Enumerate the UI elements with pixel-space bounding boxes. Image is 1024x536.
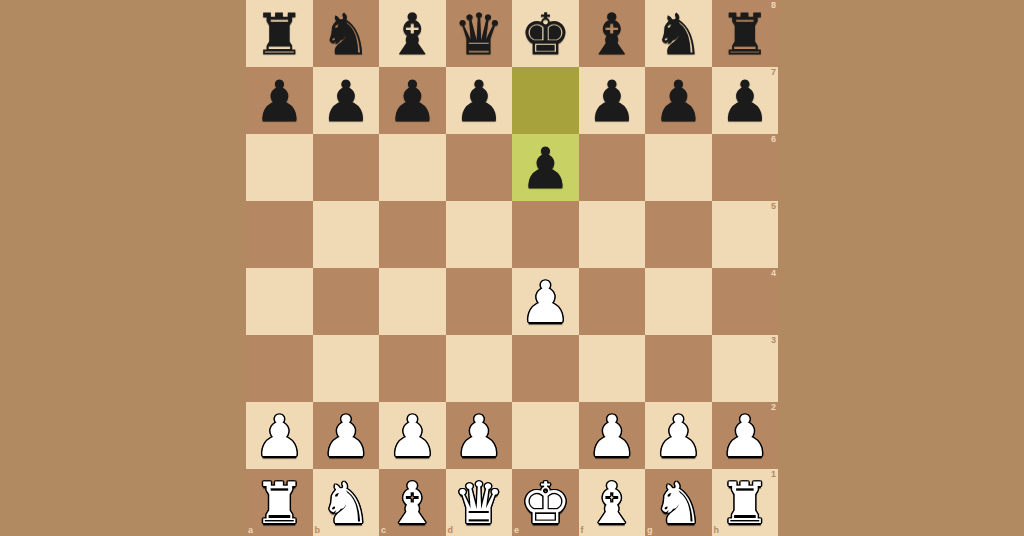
white-pawn-piece[interactable]: ♟ xyxy=(254,408,305,465)
square-e2[interactable] xyxy=(512,402,579,469)
square-f2[interactable]: ♟ xyxy=(579,402,646,469)
white-bishop-piece[interactable]: ♝ xyxy=(586,475,637,532)
square-d8[interactable]: ♛ xyxy=(446,0,513,67)
file-label-b: b xyxy=(315,526,321,535)
square-a4[interactable] xyxy=(246,268,313,335)
file-label-a: a xyxy=(248,526,253,535)
square-a8[interactable]: ♜ xyxy=(246,0,313,67)
rank-label-4: 4 xyxy=(771,269,776,278)
black-pawn-piece[interactable]: ♟ xyxy=(586,73,637,130)
square-f5[interactable] xyxy=(579,201,646,268)
square-e3[interactable] xyxy=(512,335,579,402)
white-pawn-piece[interactable]: ♟ xyxy=(719,408,770,465)
square-g2[interactable]: ♟ xyxy=(645,402,712,469)
square-g5[interactable] xyxy=(645,201,712,268)
square-b6[interactable] xyxy=(313,134,380,201)
square-e5[interactable] xyxy=(512,201,579,268)
square-c2[interactable]: ♟ xyxy=(379,402,446,469)
white-pawn-piece[interactable]: ♟ xyxy=(586,408,637,465)
white-bishop-piece[interactable]: ♝ xyxy=(387,475,438,532)
black-bishop-piece[interactable]: ♝ xyxy=(586,6,637,63)
file-label-f: f xyxy=(581,526,584,535)
white-rook-piece[interactable]: ♜ xyxy=(254,475,305,532)
square-h4[interactable]: 4 xyxy=(712,268,779,335)
square-a7[interactable]: ♟ xyxy=(246,67,313,134)
black-queen-piece[interactable]: ♛ xyxy=(453,6,504,63)
square-a3[interactable] xyxy=(246,335,313,402)
black-pawn-piece[interactable]: ♟ xyxy=(254,73,305,130)
square-d7[interactable]: ♟ xyxy=(446,67,513,134)
square-g6[interactable] xyxy=(645,134,712,201)
square-b3[interactable] xyxy=(313,335,380,402)
square-b2[interactable]: ♟ xyxy=(313,402,380,469)
white-pawn-piece[interactable]: ♟ xyxy=(653,408,704,465)
square-e7[interactable] xyxy=(512,67,579,134)
white-knight-piece[interactable]: ♞ xyxy=(320,475,371,532)
square-c5[interactable] xyxy=(379,201,446,268)
black-pawn-piece[interactable]: ♟ xyxy=(453,73,504,130)
square-g3[interactable] xyxy=(645,335,712,402)
rank-label-5: 5 xyxy=(771,202,776,211)
square-c4[interactable] xyxy=(379,268,446,335)
white-knight-piece[interactable]: ♞ xyxy=(653,475,704,532)
square-d4[interactable] xyxy=(446,268,513,335)
square-g1[interactable]: ♞g xyxy=(645,469,712,536)
square-d3[interactable] xyxy=(446,335,513,402)
black-knight-piece[interactable]: ♞ xyxy=(320,6,371,63)
square-c3[interactable] xyxy=(379,335,446,402)
square-h5[interactable]: 5 xyxy=(712,201,779,268)
black-knight-piece[interactable]: ♞ xyxy=(653,6,704,63)
rank-label-3: 3 xyxy=(771,336,776,345)
square-a2[interactable]: ♟ xyxy=(246,402,313,469)
chess-board: ♜♞♝♛♚♝♞♜8♟♟♟♟♟♟♟7♟65♟43♟♟♟♟♟♟♟2♜a♞b♝c♛d♚… xyxy=(246,0,778,536)
square-f4[interactable] xyxy=(579,268,646,335)
square-h1[interactable]: ♜h1 xyxy=(712,469,779,536)
black-king-piece[interactable]: ♚ xyxy=(520,6,571,63)
square-c8[interactable]: ♝ xyxy=(379,0,446,67)
file-label-g: g xyxy=(647,526,653,535)
square-h7[interactable]: ♟7 xyxy=(712,67,779,134)
black-rook-piece[interactable]: ♜ xyxy=(719,6,770,63)
square-h2[interactable]: ♟2 xyxy=(712,402,779,469)
page-background: ♜♞♝♛♚♝♞♜8♟♟♟♟♟♟♟7♟65♟43♟♟♟♟♟♟♟2♜a♞b♝c♛d♚… xyxy=(0,0,1024,536)
square-f8[interactable]: ♝ xyxy=(579,0,646,67)
rank-label-2: 2 xyxy=(771,403,776,412)
square-h8[interactable]: ♜8 xyxy=(712,0,779,67)
black-pawn-piece[interactable]: ♟ xyxy=(520,140,571,197)
black-rook-piece[interactable]: ♜ xyxy=(254,6,305,63)
square-d2[interactable]: ♟ xyxy=(446,402,513,469)
white-queen-piece[interactable]: ♛ xyxy=(453,475,504,532)
square-f1[interactable]: ♝f xyxy=(579,469,646,536)
black-pawn-piece[interactable]: ♟ xyxy=(320,73,371,130)
black-bishop-piece[interactable]: ♝ xyxy=(387,6,438,63)
square-b1[interactable]: ♞b xyxy=(313,469,380,536)
rank-label-6: 6 xyxy=(771,135,776,144)
rank-label-1: 1 xyxy=(771,470,776,479)
square-h3[interactable]: 3 xyxy=(712,335,779,402)
square-c6[interactable] xyxy=(379,134,446,201)
rank-label-7: 7 xyxy=(771,68,776,77)
square-e6[interactable]: ♟ xyxy=(512,134,579,201)
square-e4[interactable]: ♟ xyxy=(512,268,579,335)
square-b8[interactable]: ♞ xyxy=(313,0,380,67)
square-g7[interactable]: ♟ xyxy=(645,67,712,134)
white-pawn-piece[interactable]: ♟ xyxy=(453,408,504,465)
square-b7[interactable]: ♟ xyxy=(313,67,380,134)
square-c1[interactable]: ♝c xyxy=(379,469,446,536)
square-a1[interactable]: ♜a xyxy=(246,469,313,536)
rank-label-8: 8 xyxy=(771,1,776,10)
file-label-c: c xyxy=(381,526,386,535)
file-label-e: e xyxy=(514,526,519,535)
square-g4[interactable] xyxy=(645,268,712,335)
square-d1[interactable]: ♛d xyxy=(446,469,513,536)
square-h6[interactable]: 6 xyxy=(712,134,779,201)
square-b4[interactable] xyxy=(313,268,380,335)
white-king-piece[interactable]: ♚ xyxy=(520,475,571,532)
black-pawn-piece[interactable]: ♟ xyxy=(387,73,438,130)
white-rook-piece[interactable]: ♜ xyxy=(719,475,770,532)
file-label-h: h xyxy=(714,526,720,535)
square-f7[interactable]: ♟ xyxy=(579,67,646,134)
square-b5[interactable] xyxy=(313,201,380,268)
square-c7[interactable]: ♟ xyxy=(379,67,446,134)
white-pawn-piece[interactable]: ♟ xyxy=(387,408,438,465)
square-d5[interactable] xyxy=(446,201,513,268)
black-pawn-piece[interactable]: ♟ xyxy=(719,73,770,130)
file-label-d: d xyxy=(448,526,454,535)
white-pawn-piece[interactable]: ♟ xyxy=(520,274,571,331)
square-f6[interactable] xyxy=(579,134,646,201)
square-f3[interactable] xyxy=(579,335,646,402)
square-e1[interactable]: ♚e xyxy=(512,469,579,536)
square-d6[interactable] xyxy=(446,134,513,201)
black-pawn-piece[interactable]: ♟ xyxy=(653,73,704,130)
square-g8[interactable]: ♞ xyxy=(645,0,712,67)
square-e8[interactable]: ♚ xyxy=(512,0,579,67)
white-pawn-piece[interactable]: ♟ xyxy=(320,408,371,465)
square-a6[interactable] xyxy=(246,134,313,201)
square-a5[interactable] xyxy=(246,201,313,268)
